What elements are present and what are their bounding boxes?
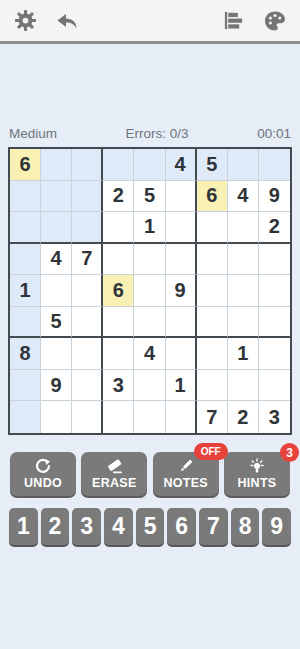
cell-r5c7[interactable] [197,275,228,307]
cell-r6c1[interactable] [10,307,41,339]
cell-r8c7[interactable] [197,370,228,402]
back-arrow-icon [55,9,79,33]
erase-label: ERASE [92,476,137,490]
cell-r2c8[interactable]: 4 [228,181,259,213]
undo-icon [35,458,51,473]
back-button[interactable] [54,8,80,34]
cell-r2c2[interactable] [41,181,72,213]
cell-r1c4[interactable] [103,149,134,181]
cell-r9c8[interactable]: 2 [228,401,259,433]
cell-r4c5[interactable] [134,244,165,276]
cell-r4c3[interactable]: 7 [72,244,103,276]
cell-r4c4[interactable] [103,244,134,276]
cell-r4c6[interactable] [166,244,197,276]
cell-r7c2[interactable] [41,338,72,370]
cell-r1c2[interactable] [41,149,72,181]
statistics-button[interactable] [220,8,246,34]
cell-r6c4[interactable] [103,307,134,339]
cell-r2c1[interactable] [10,181,41,213]
cell-r4c8[interactable] [228,244,259,276]
pencil-icon [178,458,194,473]
lightbulb-icon [249,458,265,473]
numpad-8[interactable]: 8 [231,508,260,545]
cell-r6c2[interactable]: 5 [41,307,72,339]
cell-r3c5[interactable]: 1 [134,212,165,244]
cell-r4c7[interactable] [197,244,228,276]
cell-r2c3[interactable] [72,181,103,213]
errors-counter: Errors: 0/3 [126,126,189,141]
notes-label: NOTES [163,476,208,490]
palette-icon [263,9,287,33]
cell-r1c7[interactable]: 5 [197,149,228,181]
cell-r6c7[interactable] [197,307,228,339]
numpad-3[interactable]: 3 [72,508,101,545]
cell-r1c3[interactable] [72,149,103,181]
number-pad: 1 2 3 4 5 6 7 8 9 [0,508,300,545]
cell-r6c9[interactable] [259,307,290,339]
cell-r2c7[interactable]: 6 [197,181,228,213]
cell-r7c1[interactable]: 8 [10,338,41,370]
cell-r6c6[interactable] [166,307,197,339]
cell-r7c9[interactable] [259,338,290,370]
hints-label: HINTS [237,476,276,490]
notes-button[interactable]: OFF NOTES [153,452,219,496]
numpad-5[interactable]: 5 [136,508,165,545]
cell-r3c1[interactable] [10,212,41,244]
cell-r1c1[interactable]: 6 [10,149,41,181]
cell-r7c5[interactable]: 4 [134,338,165,370]
cell-r5c3[interactable] [72,275,103,307]
numpad-4[interactable]: 4 [104,508,133,545]
theme-button[interactable] [262,8,288,34]
control-buttons-row: UNDO ERASE OFF [0,452,300,496]
top-toolbar [0,0,300,44]
cell-r3c6[interactable] [166,212,197,244]
cell-r1c5[interactable] [134,149,165,181]
cell-r7c8[interactable]: 1 [228,338,259,370]
timer: 00:01 [257,126,291,141]
numpad-7[interactable]: 7 [199,508,228,545]
cell-r2c9[interactable]: 9 [259,181,290,213]
cell-r2c6[interactable] [166,181,197,213]
numpad-6[interactable]: 6 [167,508,196,545]
undo-button[interactable]: UNDO [10,452,76,496]
cell-r9c4[interactable] [103,401,134,433]
cell-r8c5[interactable] [134,370,165,402]
difficulty-label: Medium [9,126,57,141]
toolbar-right [220,8,288,34]
cell-r7c7[interactable] [197,338,228,370]
cell-r9c3[interactable] [72,401,103,433]
cell-r8c1[interactable] [10,370,41,402]
cell-r8c2[interactable]: 9 [41,370,72,402]
numpad-2[interactable]: 2 [41,508,70,545]
numpad-9[interactable]: 9 [262,508,291,545]
hints-count-badge: 3 [280,443,299,462]
cell-r5c4[interactable]: 6 [103,275,134,307]
cell-r8c4[interactable]: 3 [103,370,134,402]
undo-label: UNDO [24,476,62,490]
cell-r4c1[interactable] [10,244,41,276]
cell-r6c5[interactable] [134,307,165,339]
gear-icon [14,9,37,32]
cell-r8c8[interactable] [228,370,259,402]
cell-r5c1[interactable]: 1 [10,275,41,307]
cell-r2c5[interactable]: 5 [134,181,165,213]
cell-r1c9[interactable] [259,149,290,181]
cell-r5c8[interactable] [228,275,259,307]
cell-r5c5[interactable] [134,275,165,307]
cell-r9c2[interactable] [41,401,72,433]
cell-r4c9[interactable] [259,244,290,276]
sudoku-app: Medium Errors: 0/3 00:01 645256491247169… [0,0,300,649]
cell-r7c3[interactable] [72,338,103,370]
cell-r5c2[interactable] [41,275,72,307]
cell-r6c3[interactable] [72,307,103,339]
cell-r9c6[interactable] [166,401,197,433]
status-bar: Medium Errors: 0/3 00:01 [0,126,300,141]
cell-r3c3[interactable] [72,212,103,244]
sudoku-board: 6452564912471695841931723 [8,147,292,435]
cell-r9c9[interactable]: 3 [259,401,290,433]
notes-off-badge: OFF [194,443,228,460]
cell-r9c5[interactable] [134,401,165,433]
cell-r3c9[interactable]: 2 [259,212,290,244]
cell-r2c4[interactable]: 2 [103,181,134,213]
cell-r1c6[interactable]: 4 [166,149,197,181]
cell-r8c9[interactable] [259,370,290,402]
cell-r8c3[interactable] [72,370,103,402]
cell-r1c8[interactable] [228,149,259,181]
cell-r3c8[interactable] [228,212,259,244]
cell-r7c4[interactable] [103,338,134,370]
cell-r9c1[interactable] [10,401,41,433]
bar-chart-icon [222,9,245,32]
cell-r6c8[interactable] [228,307,259,339]
cell-r3c2[interactable] [41,212,72,244]
cell-r8c6[interactable]: 1 [166,370,197,402]
erase-button[interactable]: ERASE [81,452,147,496]
cell-r3c7[interactable] [197,212,228,244]
cell-r7c6[interactable] [166,338,197,370]
toolbar-left [12,8,80,34]
cell-r5c6[interactable]: 9 [166,275,197,307]
cell-r4c2[interactable]: 4 [41,244,72,276]
cell-r3c4[interactable] [103,212,134,244]
numpad-1[interactable]: 1 [9,508,38,545]
hints-button[interactable]: 3 HINTS [224,452,290,496]
settings-button[interactable] [12,8,38,34]
eraser-icon [106,458,123,473]
cell-r5c9[interactable] [259,275,290,307]
cell-r9c7[interactable]: 7 [197,401,228,433]
